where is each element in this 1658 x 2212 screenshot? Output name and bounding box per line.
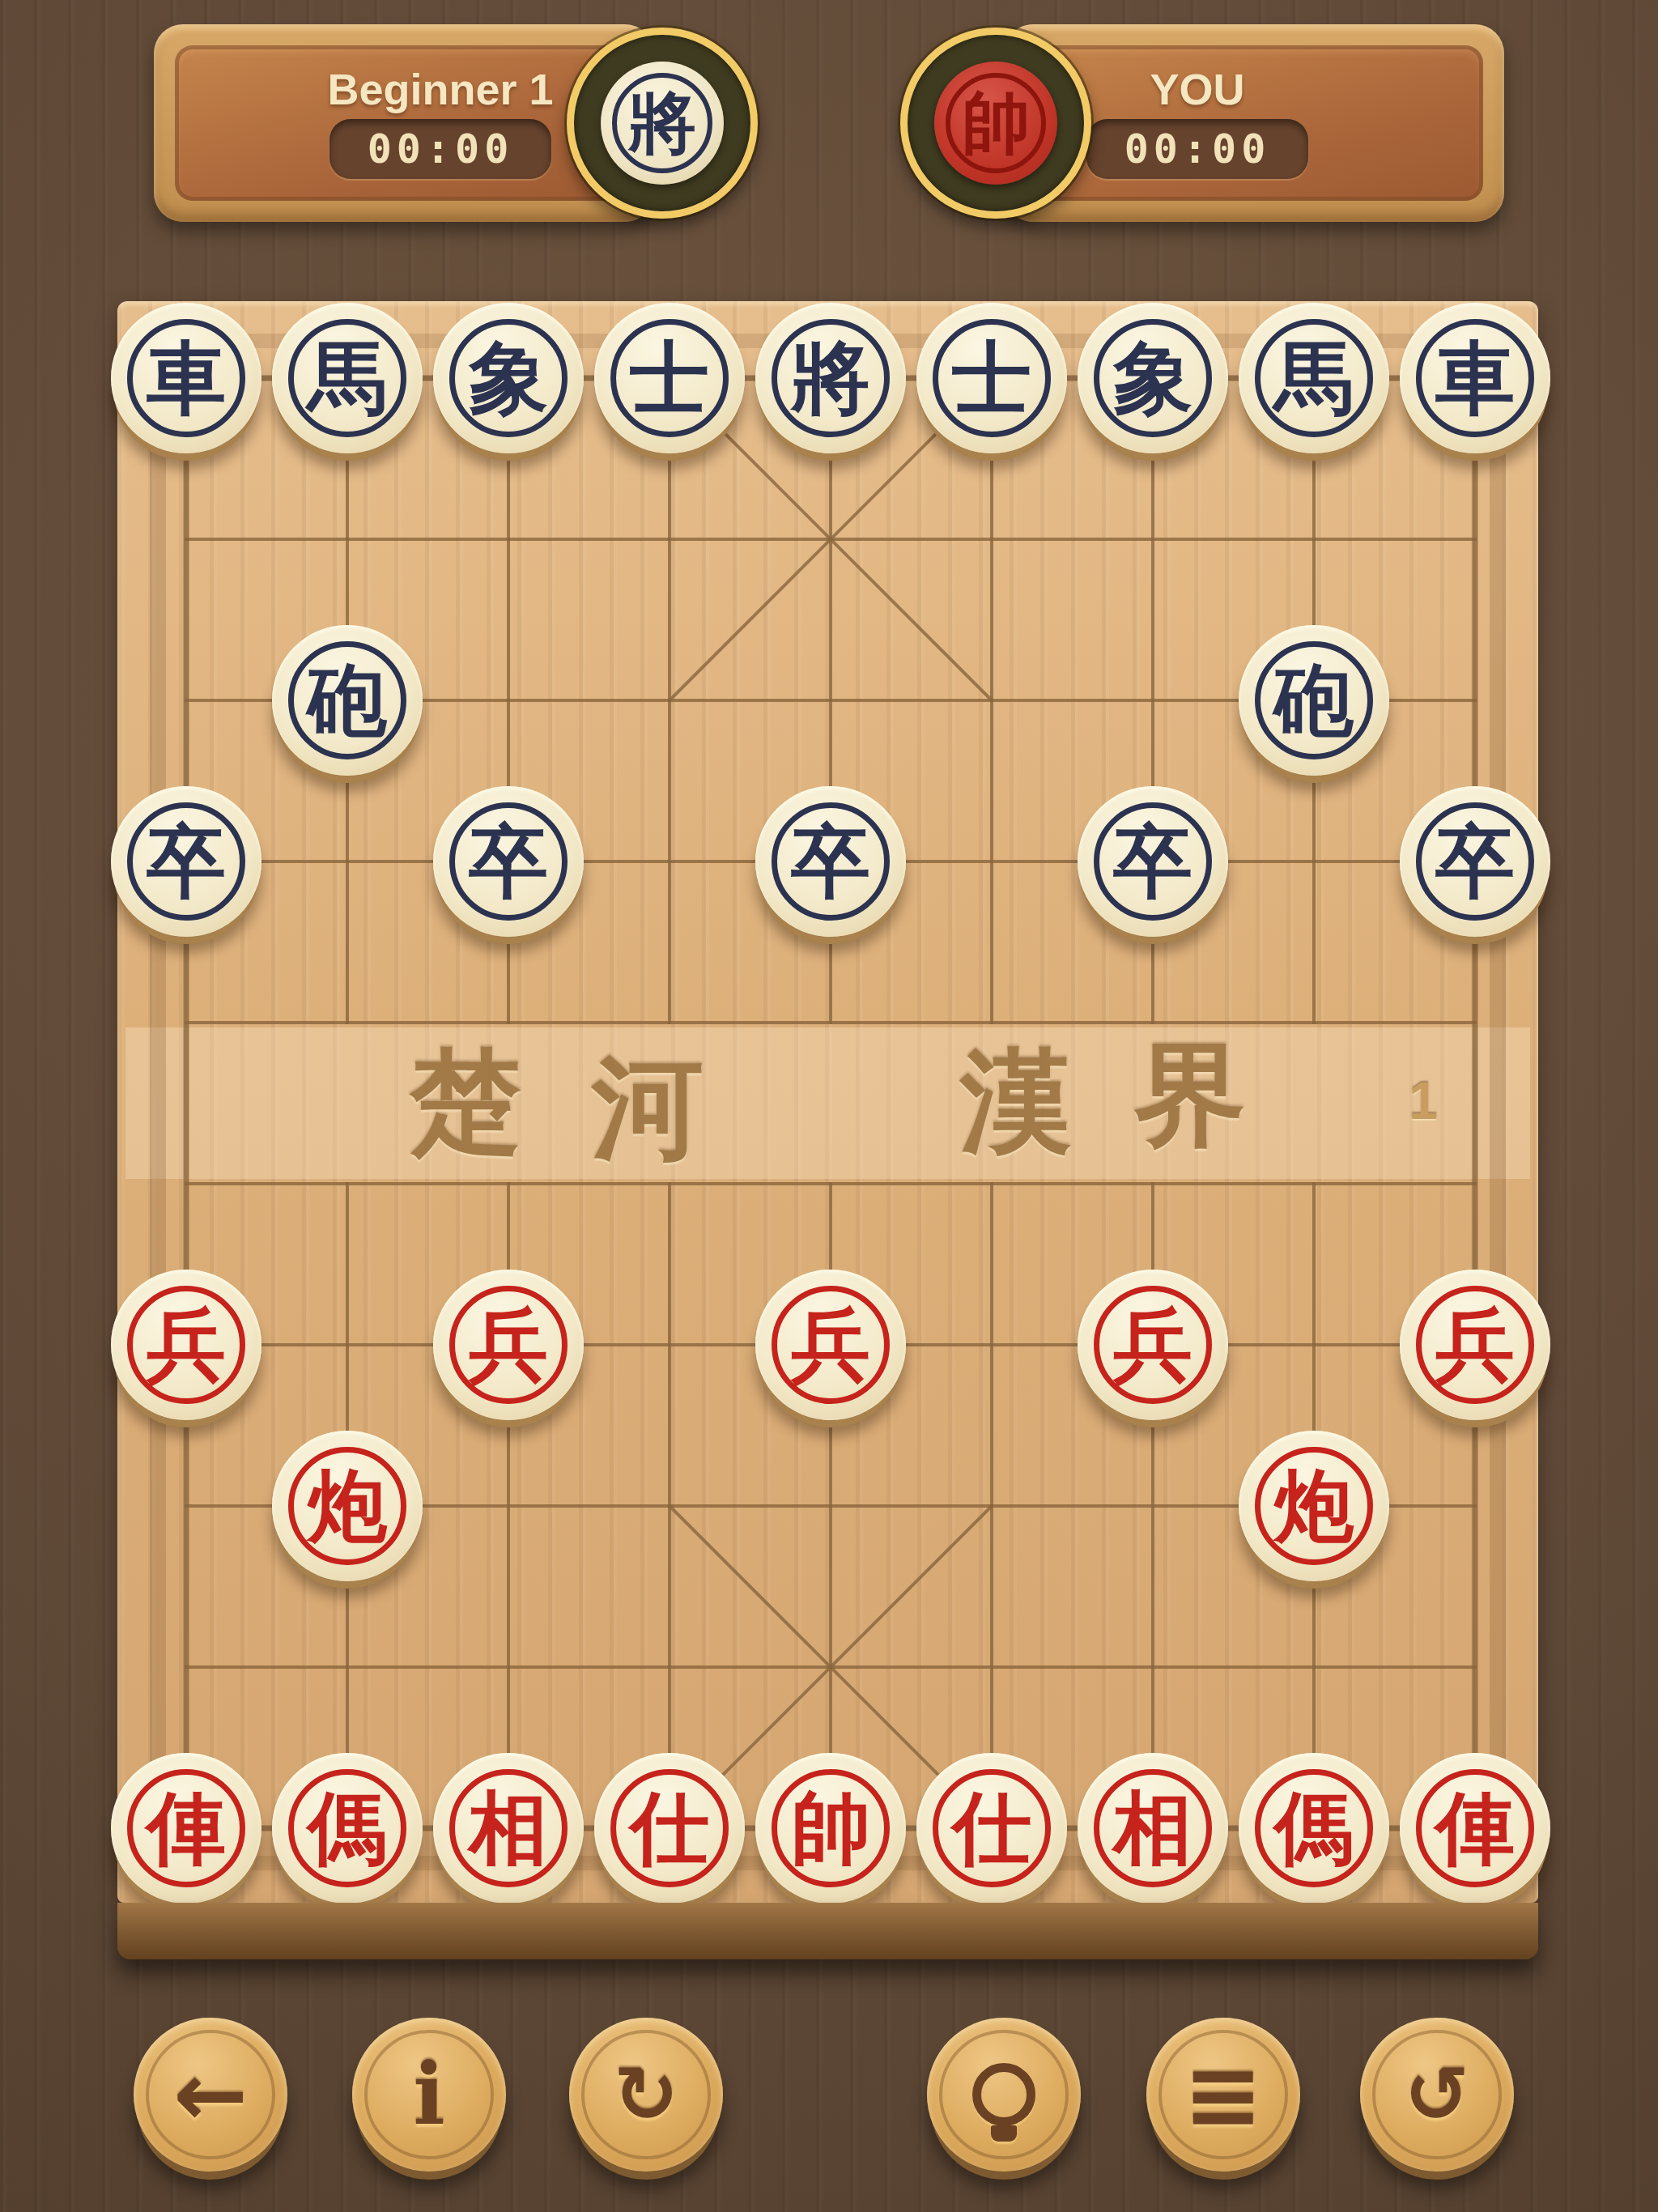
opponent-clock-value: 00:00 (368, 125, 514, 172)
piece-char: 砲 (1274, 661, 1354, 740)
back-button[interactable]: ← (134, 2018, 287, 2172)
piece-black-卒[interactable]: 卒 (755, 786, 906, 937)
piece-ring: 卒 (449, 802, 568, 921)
you-name: YOU (1150, 67, 1244, 111)
piece-red-兵[interactable]: 兵 (1078, 1270, 1228, 1420)
avatar-piece-char: 將 (628, 89, 696, 157)
piece-red-傌[interactable]: 傌 (1239, 1753, 1389, 1904)
piece-ring: 砲 (288, 641, 406, 759)
piece-char: 象 (469, 338, 548, 418)
piece-red-傌[interactable]: 傌 (272, 1753, 423, 1904)
piece-char: 仕 (952, 1789, 1031, 1868)
piece-ring: 象 (449, 319, 568, 437)
left-arrow-icon: ← (173, 2050, 248, 2139)
info-button[interactable]: i (352, 2018, 506, 2172)
piece-ring: 傌 (288, 1769, 406, 1887)
piece-ring: 車 (1416, 319, 1534, 437)
xiangqi-board[interactable]: 楚 河 漢 界 1 車馬象士將士象馬車砲砲卒卒卒卒卒兵兵兵兵兵炮炮俥傌相仕帥仕相… (117, 301, 1538, 1903)
piece-black-砲[interactable]: 砲 (1239, 625, 1389, 776)
piece-char: 炮 (1274, 1466, 1354, 1546)
black-general-avatar-piece: 將 (601, 62, 724, 185)
piece-char: 帥 (791, 1789, 870, 1868)
piece-char: 兵 (1435, 1305, 1515, 1385)
piece-ring: 兵 (1416, 1286, 1534, 1404)
avatar-piece-ring: 將 (612, 73, 712, 173)
piece-char: 俥 (147, 1789, 226, 1868)
piece-char: 象 (1113, 338, 1192, 418)
piece-ring: 傌 (1255, 1769, 1373, 1887)
piece-black-卒[interactable]: 卒 (1078, 786, 1228, 937)
opponent-avatar: 將 (567, 28, 758, 219)
piece-red-俥[interactable]: 俥 (1400, 1753, 1550, 1904)
red-general-avatar-piece: 帥 (934, 62, 1057, 185)
undo-arrow-icon: ↺ (1405, 2056, 1469, 2133)
piece-black-馬[interactable]: 馬 (1239, 303, 1389, 453)
piece-char: 士 (952, 338, 1031, 418)
pieces-layer: 車馬象士將士象馬車砲砲卒卒卒卒卒兵兵兵兵兵炮炮俥傌相仕帥仕相傌俥 (117, 301, 1538, 1903)
piece-ring: 相 (1094, 1769, 1212, 1887)
piece-char: 俥 (1435, 1789, 1515, 1868)
piece-char: 仕 (630, 1789, 709, 1868)
piece-ring: 馬 (1255, 319, 1373, 437)
piece-char: 車 (1435, 338, 1515, 418)
piece-red-炮[interactable]: 炮 (272, 1431, 423, 1581)
piece-ring: 相 (449, 1769, 568, 1887)
piece-black-象[interactable]: 象 (433, 303, 584, 453)
piece-ring: 卒 (1094, 802, 1212, 921)
hint-button[interactable] (927, 2018, 1081, 2172)
piece-red-兵[interactable]: 兵 (111, 1270, 261, 1420)
piece-ring: 帥 (772, 1769, 890, 1887)
piece-char: 將 (791, 338, 870, 418)
piece-ring: 卒 (1416, 802, 1534, 921)
piece-ring: 兵 (449, 1286, 568, 1404)
piece-ring: 士 (610, 319, 729, 437)
piece-black-象[interactable]: 象 (1078, 303, 1228, 453)
piece-char: 卒 (469, 822, 548, 901)
piece-red-俥[interactable]: 俥 (111, 1753, 261, 1904)
piece-black-將[interactable]: 將 (755, 303, 906, 453)
piece-ring: 俥 (127, 1769, 245, 1887)
piece-char: 卒 (147, 822, 226, 901)
board-front-edge (117, 1903, 1538, 1959)
piece-ring: 卒 (127, 802, 245, 921)
piece-ring: 仕 (933, 1769, 1051, 1887)
swap-cycle-icon: ↻ (614, 2056, 678, 2133)
piece-ring: 仕 (610, 1769, 729, 1887)
piece-red-相[interactable]: 相 (1078, 1753, 1228, 1904)
menu-bars-icon: ≡ (1184, 2047, 1264, 2142)
piece-ring: 士 (933, 319, 1051, 437)
piece-ring: 兵 (1094, 1286, 1212, 1404)
piece-char: 兵 (469, 1305, 548, 1385)
piece-black-砲[interactable]: 砲 (272, 625, 423, 776)
piece-ring: 車 (127, 319, 245, 437)
piece-char: 兵 (791, 1305, 870, 1385)
piece-black-卒[interactable]: 卒 (433, 786, 584, 937)
piece-ring: 馬 (288, 319, 406, 437)
swap-sides-button[interactable]: ↻ (569, 2018, 723, 2172)
piece-red-炮[interactable]: 炮 (1239, 1431, 1389, 1581)
piece-black-車[interactable]: 車 (1400, 303, 1550, 453)
piece-char: 傌 (308, 1789, 387, 1868)
piece-red-仕[interactable]: 仕 (594, 1753, 745, 1904)
piece-black-卒[interactable]: 卒 (111, 786, 261, 937)
piece-ring: 卒 (772, 802, 890, 921)
opponent-name: Beginner 1 (327, 67, 553, 111)
piece-char: 炮 (308, 1466, 387, 1546)
avatar-piece-char: 帥 (962, 89, 1030, 157)
piece-char: 相 (469, 1789, 548, 1868)
piece-red-相[interactable]: 相 (433, 1753, 584, 1904)
piece-black-馬[interactable]: 馬 (272, 303, 423, 453)
piece-char: 車 (147, 338, 226, 418)
piece-black-車[interactable]: 車 (111, 303, 261, 453)
piece-char: 卒 (1113, 822, 1192, 901)
opponent-clock: 00:00 (329, 119, 551, 179)
piece-char: 兵 (147, 1305, 226, 1385)
piece-char: 士 (630, 338, 709, 418)
piece-red-兵[interactable]: 兵 (1400, 1270, 1550, 1420)
piece-red-兵[interactable]: 兵 (433, 1270, 584, 1420)
you-clock-value: 00:00 (1124, 125, 1271, 172)
undo-button[interactable]: ↺ (1360, 2018, 1514, 2172)
piece-char: 傌 (1274, 1789, 1354, 1868)
piece-black-卒[interactable]: 卒 (1400, 786, 1550, 937)
piece-ring: 炮 (1255, 1447, 1373, 1565)
piece-char: 兵 (1113, 1305, 1192, 1385)
piece-black-士[interactable]: 士 (594, 303, 745, 453)
piece-ring: 兵 (772, 1286, 890, 1404)
piece-ring: 砲 (1255, 641, 1373, 759)
avatar-piece-ring: 帥 (946, 73, 1046, 173)
you-clock: 00:00 (1086, 119, 1308, 179)
piece-red-仕[interactable]: 仕 (916, 1753, 1067, 1904)
piece-ring: 炮 (288, 1447, 406, 1565)
piece-ring: 俥 (1416, 1769, 1534, 1887)
piece-ring: 兵 (127, 1286, 245, 1404)
menu-button[interactable]: ≡ (1146, 2018, 1300, 2172)
piece-char: 砲 (308, 661, 387, 740)
you-avatar: 帥 (900, 28, 1091, 219)
info-icon: i (413, 2052, 445, 2137)
piece-char: 卒 (1435, 822, 1515, 901)
piece-ring: 象 (1094, 319, 1212, 437)
piece-red-兵[interactable]: 兵 (755, 1270, 906, 1420)
piece-char: 馬 (308, 338, 387, 418)
piece-char: 卒 (791, 822, 870, 901)
piece-char: 馬 (1274, 338, 1354, 418)
lightbulb-icon (972, 2063, 1035, 2126)
piece-ring: 將 (772, 319, 890, 437)
piece-red-帥[interactable]: 帥 (755, 1753, 906, 1904)
piece-char: 相 (1113, 1789, 1192, 1868)
piece-black-士[interactable]: 士 (916, 303, 1067, 453)
